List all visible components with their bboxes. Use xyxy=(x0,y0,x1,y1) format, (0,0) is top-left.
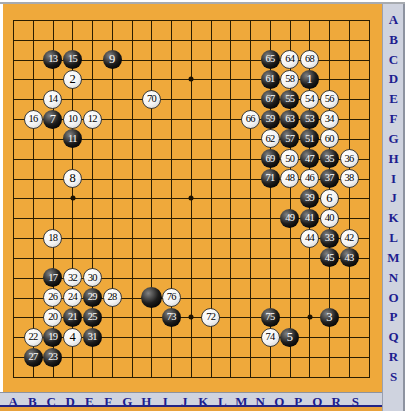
row-label-O: O xyxy=(385,290,402,306)
stone-white-14: 14 xyxy=(43,90,62,109)
stone-white-62: 62 xyxy=(261,129,280,148)
stone-black-37: 37 xyxy=(320,169,339,188)
stone-black-53: 53 xyxy=(300,110,319,129)
stone-black-7: 7 xyxy=(43,110,62,129)
row-label-L: L xyxy=(385,230,402,246)
stone-white-46: 46 xyxy=(300,169,319,188)
stone-black-25: 25 xyxy=(83,308,102,327)
row-label-Q: Q xyxy=(385,329,402,345)
stone-white-4: 4 xyxy=(63,328,82,347)
row-label-D: D xyxy=(385,71,402,87)
row-label-F: F xyxy=(385,111,402,127)
row-label-S: S xyxy=(385,369,402,385)
stone-black-59: 59 xyxy=(261,110,280,129)
stone-white-32: 32 xyxy=(63,268,82,287)
stone-black-27: 27 xyxy=(24,348,43,367)
stone-white-18: 18 xyxy=(43,229,62,248)
row-label-E: E xyxy=(385,91,402,107)
row-label-C: C xyxy=(385,52,402,68)
stone-black-31: 31 xyxy=(83,328,102,347)
bottom-orange-border xyxy=(0,407,382,411)
stone-white-38: 38 xyxy=(340,169,359,188)
stone-black-63: 63 xyxy=(280,110,299,129)
stone-white-74: 74 xyxy=(261,328,280,347)
go-board: 1234567891011121314151617181920212223242… xyxy=(3,4,382,392)
stone-white-16: 16 xyxy=(24,110,43,129)
stone-white-76: 76 xyxy=(162,288,181,307)
stone-white-40: 40 xyxy=(320,209,339,228)
stone-black-17: 17 xyxy=(43,268,62,287)
row-label-G: G xyxy=(385,131,402,147)
row-label-R: R xyxy=(385,349,402,365)
stone-white-6: 6 xyxy=(320,189,339,208)
stone-black-21: 21 xyxy=(63,308,82,327)
stone-white-34: 34 xyxy=(320,110,339,129)
stone-white-10: 10 xyxy=(63,110,82,129)
row-label-N: N xyxy=(385,270,402,286)
stone-white-50: 50 xyxy=(280,149,299,168)
stone-black-23: 23 xyxy=(43,348,62,367)
stone-black-3: 3 xyxy=(320,308,339,327)
stone-white-28: 28 xyxy=(103,288,122,307)
stone-black-9: 9 xyxy=(103,50,122,69)
stone-black-35: 35 xyxy=(320,149,339,168)
stone-black-15: 15 xyxy=(63,50,82,69)
stone-black-67: 67 xyxy=(261,90,280,109)
stone-white-60: 60 xyxy=(320,129,339,148)
stone-white-44: 44 xyxy=(300,229,319,248)
row-label-J: J xyxy=(385,190,402,206)
stones-layer: 1234567891011121314151617181920212223242… xyxy=(3,10,378,387)
row-label-A: A xyxy=(385,12,402,28)
stone-black-51: 51 xyxy=(300,129,319,148)
stone-white-24: 24 xyxy=(63,288,82,307)
stone-black-1: 1 xyxy=(300,70,319,89)
stone-black-75: 75 xyxy=(261,308,280,327)
stone-white-54: 54 xyxy=(300,90,319,109)
row-label-H: H xyxy=(385,151,402,167)
stone-white-8: 8 xyxy=(63,169,82,188)
row-label-I: I xyxy=(385,171,402,187)
stone-black-55: 55 xyxy=(280,90,299,109)
stone-black-61: 61 xyxy=(261,70,280,89)
row-coordinate-strip: ABCDEFGHIJKLMNOPQRS xyxy=(382,4,405,411)
row-label-B: B xyxy=(385,32,402,48)
row-label-P: P xyxy=(385,309,402,325)
stone-black-45: 45 xyxy=(320,248,339,267)
stone-black-49: 49 xyxy=(280,209,299,228)
row-label-M: M xyxy=(385,250,402,266)
stone-white-26: 26 xyxy=(43,288,62,307)
go-kifu-viewer: 1234567891011121314151617181920212223242… xyxy=(0,0,405,411)
stone-white-72: 72 xyxy=(201,308,220,327)
stone-white-20: 20 xyxy=(43,308,62,327)
stone-white-48: 48 xyxy=(280,169,299,188)
stone-black-71: 71 xyxy=(261,169,280,188)
stone-black-5: 5 xyxy=(280,328,299,347)
stone-black-47: 47 xyxy=(300,149,319,168)
stone-white-66: 66 xyxy=(241,110,260,129)
stone-white-68: 68 xyxy=(300,50,319,69)
stone-black-13: 13 xyxy=(43,50,62,69)
stone-black-41: 41 xyxy=(300,209,319,228)
stone-black-43: 43 xyxy=(340,248,359,267)
stone-white-70: 70 xyxy=(142,90,161,109)
stone-black-11: 11 xyxy=(63,129,82,148)
stone-white-12: 12 xyxy=(83,110,102,129)
stone-black-33: 33 xyxy=(320,229,339,248)
stone-black-29: 29 xyxy=(83,288,102,307)
row-label-K: K xyxy=(385,210,402,226)
stone-black-73: 73 xyxy=(162,308,181,327)
stone-black-39: 39 xyxy=(300,189,319,208)
stone-black-69: 69 xyxy=(261,149,280,168)
stone-white-30: 30 xyxy=(83,268,102,287)
stone-black-65: 65 xyxy=(261,50,280,69)
stone-black-57: 57 xyxy=(280,129,299,148)
stone-white-58: 58 xyxy=(280,70,299,89)
stone-white-2: 2 xyxy=(63,70,82,89)
stone-white-22: 22 xyxy=(24,328,43,347)
stone-black-marker xyxy=(141,287,162,308)
stone-white-56: 56 xyxy=(320,90,339,109)
stone-white-64: 64 xyxy=(280,50,299,69)
stone-white-42: 42 xyxy=(340,229,359,248)
stone-black-19: 19 xyxy=(43,328,62,347)
stone-white-36: 36 xyxy=(340,149,359,168)
